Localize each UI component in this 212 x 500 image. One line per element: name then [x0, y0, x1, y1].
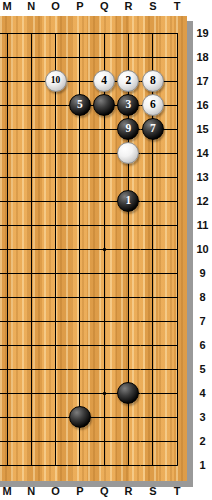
- board-intersection[interactable]: 7: [141, 117, 165, 141]
- row-label: 13: [193, 171, 212, 183]
- board-intersection[interactable]: 6: [141, 93, 165, 117]
- row-label: 19: [193, 27, 212, 39]
- star-point: [103, 248, 106, 251]
- board-intersection[interactable]: [0, 405, 19, 429]
- move-number: 1: [126, 195, 132, 207]
- stone-black: 1: [117, 190, 139, 212]
- board-intersection[interactable]: [68, 405, 92, 429]
- column-label-bottom: N: [27, 485, 35, 497]
- row-label: 17: [193, 75, 212, 87]
- board-intersection[interactable]: [68, 309, 92, 333]
- row-label: 2: [193, 435, 212, 447]
- board-intersection[interactable]: 4: [92, 69, 116, 93]
- board-intersection[interactable]: [141, 453, 165, 477]
- row-label: 3: [193, 411, 212, 423]
- board-intersection[interactable]: [43, 45, 67, 69]
- move-number: 6: [150, 99, 156, 111]
- board-intersection[interactable]: [19, 69, 43, 93]
- board-intersection[interactable]: [19, 213, 43, 237]
- board-intersection[interactable]: [116, 213, 140, 237]
- stone-white: 8: [142, 70, 164, 92]
- board-intersection[interactable]: [92, 309, 116, 333]
- stone-black: 9: [117, 118, 139, 140]
- board-intersection[interactable]: [19, 333, 43, 357]
- board-intersection[interactable]: [141, 261, 165, 285]
- board-intersection[interactable]: 2: [116, 69, 140, 93]
- board-intersection[interactable]: [92, 165, 116, 189]
- board-intersection[interactable]: [0, 45, 19, 69]
- board-intersection[interactable]: [165, 213, 187, 237]
- board-intersection[interactable]: [141, 429, 165, 453]
- column-label-bottom: Q: [100, 485, 109, 497]
- board-intersection[interactable]: [141, 165, 165, 189]
- column-label-top: O: [51, 0, 60, 12]
- row-label: 8: [193, 291, 212, 303]
- board-intersection[interactable]: [116, 285, 140, 309]
- board-intersection[interactable]: [68, 357, 92, 381]
- board-intersection[interactable]: [116, 429, 140, 453]
- board-intersection[interactable]: [116, 45, 140, 69]
- board-intersection[interactable]: [19, 165, 43, 189]
- board-intersection[interactable]: [19, 261, 43, 285]
- board-intersection[interactable]: [141, 237, 165, 261]
- board-intersection[interactable]: [68, 333, 92, 357]
- board-intersection[interactable]: [141, 213, 165, 237]
- board-intersection[interactable]: [141, 189, 165, 213]
- board-intersection[interactable]: [0, 213, 19, 237]
- row-label: 18: [193, 51, 212, 63]
- board-intersection[interactable]: [43, 93, 67, 117]
- row-label: 11: [193, 219, 212, 231]
- board-intersection[interactable]: [92, 117, 116, 141]
- board-intersection[interactable]: [116, 165, 140, 189]
- board-intersection[interactable]: [0, 21, 19, 45]
- board-intersection[interactable]: [19, 117, 43, 141]
- board-intersection[interactable]: [68, 21, 92, 45]
- row-label: 5: [193, 363, 212, 375]
- board-intersection[interactable]: [165, 93, 187, 117]
- board-intersection[interactable]: [43, 261, 67, 285]
- board-intersection[interactable]: [0, 93, 19, 117]
- board-intersection[interactable]: [165, 285, 187, 309]
- board-intersection[interactable]: 3: [116, 93, 140, 117]
- row-label: 1: [193, 459, 212, 471]
- board-intersection[interactable]: [165, 453, 187, 477]
- board-intersection[interactable]: [19, 381, 43, 405]
- column-label-top: Q: [100, 0, 109, 12]
- row-label: 9: [193, 267, 212, 279]
- board-intersection[interactable]: [43, 21, 67, 45]
- board-intersection[interactable]: 8: [141, 69, 165, 93]
- row-label: 12: [193, 195, 212, 207]
- board-intersection[interactable]: [0, 357, 19, 381]
- row-label: 7: [193, 315, 212, 327]
- column-label-top: T: [174, 0, 181, 12]
- stone-black: 3: [117, 94, 139, 116]
- column-label-top: S: [149, 0, 156, 12]
- board-intersection[interactable]: [165, 237, 187, 261]
- stone-white: 4: [93, 70, 115, 92]
- board-intersection[interactable]: 5: [68, 93, 92, 117]
- board-intersection[interactable]: [0, 69, 19, 93]
- board-intersection[interactable]: [92, 213, 116, 237]
- board-intersection[interactable]: [141, 405, 165, 429]
- board-intersection[interactable]: [43, 453, 67, 477]
- column-label-bottom: P: [76, 485, 83, 497]
- board-intersection[interactable]: [43, 405, 67, 429]
- board-intersection[interactable]: [19, 285, 43, 309]
- column-label-top: M: [2, 0, 11, 12]
- column-label-top: N: [27, 0, 35, 12]
- go-board: 10428536971: [0, 16, 187, 481]
- move-number: 4: [101, 75, 107, 87]
- board-intersection[interactable]: [43, 141, 67, 165]
- board-intersection[interactable]: [68, 453, 92, 477]
- board-intersection[interactable]: [165, 21, 187, 45]
- board-intersection[interactable]: [43, 117, 67, 141]
- board-intersection[interactable]: [0, 141, 19, 165]
- row-label: 10: [193, 243, 212, 255]
- board-intersection[interactable]: [165, 69, 187, 93]
- board-intersection[interactable]: [0, 309, 19, 333]
- board-intersection[interactable]: 9: [116, 117, 140, 141]
- board-intersection[interactable]: [0, 429, 19, 453]
- board-intersection[interactable]: [19, 21, 43, 45]
- star-point: [103, 392, 106, 395]
- board-intersection[interactable]: [0, 117, 19, 141]
- stone-white: 10: [45, 70, 67, 92]
- board-intersection[interactable]: [116, 309, 140, 333]
- stone-white: 6: [142, 94, 164, 116]
- board-intersection[interactable]: [68, 69, 92, 93]
- board-intersection[interactable]: [92, 189, 116, 213]
- column-label-bottom: O: [51, 485, 60, 497]
- board-intersection[interactable]: [116, 333, 140, 357]
- board-intersection[interactable]: [0, 261, 19, 285]
- board-intersection[interactable]: [92, 429, 116, 453]
- board-intersection[interactable]: [68, 381, 92, 405]
- move-number: 2: [126, 75, 132, 87]
- board-intersection[interactable]: [19, 45, 43, 69]
- move-number: 10: [51, 76, 61, 86]
- board-intersection[interactable]: [141, 357, 165, 381]
- board-intersection[interactable]: 10: [43, 69, 67, 93]
- row-label: 15: [193, 123, 212, 135]
- column-label-top: P: [76, 0, 83, 12]
- row-label: 4: [193, 387, 212, 399]
- board-intersection[interactable]: [165, 429, 187, 453]
- column-label-bottom: M: [2, 485, 11, 497]
- board-intersection[interactable]: [92, 21, 116, 45]
- board-intersection[interactable]: [43, 189, 67, 213]
- stone-white: [117, 142, 139, 164]
- board-intersection[interactable]: [141, 285, 165, 309]
- column-label-bottom: R: [125, 485, 133, 497]
- board-intersection[interactable]: [68, 261, 92, 285]
- go-board-diagram: MNOPQRST 10428536971 1918171615141312111…: [0, 0, 212, 500]
- board-intersection[interactable]: [68, 285, 92, 309]
- move-number: 9: [126, 123, 132, 135]
- board-intersection[interactable]: [116, 237, 140, 261]
- board-intersection[interactable]: [141, 309, 165, 333]
- board-intersection[interactable]: [141, 141, 165, 165]
- board-intersection[interactable]: [141, 381, 165, 405]
- board-intersection[interactable]: [116, 381, 140, 405]
- board-intersection[interactable]: [92, 405, 116, 429]
- board-intersection[interactable]: [43, 165, 67, 189]
- board-intersection[interactable]: [0, 453, 19, 477]
- board-intersection[interactable]: [141, 21, 165, 45]
- board-intersection[interactable]: [19, 405, 43, 429]
- board-intersection[interactable]: [165, 309, 187, 333]
- board-intersection[interactable]: [165, 357, 187, 381]
- board-intersection[interactable]: [165, 381, 187, 405]
- board-intersection[interactable]: [43, 333, 67, 357]
- board-intersection[interactable]: [43, 357, 67, 381]
- move-number: 5: [77, 99, 83, 111]
- board-intersection[interactable]: [116, 453, 140, 477]
- board-intersection[interactable]: [19, 141, 43, 165]
- stone-black: [117, 382, 139, 404]
- board-intersection[interactable]: [68, 45, 92, 69]
- board-intersection[interactable]: [165, 45, 187, 69]
- column-label-bottom: S: [149, 485, 156, 497]
- board-intersection[interactable]: [43, 381, 67, 405]
- board-intersection[interactable]: [0, 189, 19, 213]
- board-intersection[interactable]: [43, 213, 67, 237]
- board-intersection[interactable]: [92, 381, 116, 405]
- stone-black: [93, 94, 115, 116]
- board-intersection[interactable]: [68, 165, 92, 189]
- board-intersection[interactable]: [19, 309, 43, 333]
- board-intersection[interactable]: [92, 357, 116, 381]
- board-intersection[interactable]: [68, 189, 92, 213]
- board-intersection[interactable]: [43, 285, 67, 309]
- board-intersection[interactable]: [116, 21, 140, 45]
- board-intersection[interactable]: [165, 333, 187, 357]
- board-intersection[interactable]: [0, 237, 19, 261]
- board-intersection[interactable]: [116, 357, 140, 381]
- board-intersection[interactable]: [0, 285, 19, 309]
- stone-black: [69, 406, 91, 428]
- board-intersection[interactable]: [19, 357, 43, 381]
- board-intersection[interactable]: [116, 141, 140, 165]
- move-number: 8: [150, 75, 156, 87]
- board-intersection[interactable]: [92, 45, 116, 69]
- board-intersection[interactable]: 1: [116, 189, 140, 213]
- stone-white: 2: [117, 70, 139, 92]
- board-intersection[interactable]: [92, 453, 116, 477]
- board-intersection[interactable]: [19, 453, 43, 477]
- board-intersection[interactable]: [92, 285, 116, 309]
- board-intersection[interactable]: [165, 141, 187, 165]
- board-intersection[interactable]: [92, 93, 116, 117]
- board-intersection[interactable]: [68, 429, 92, 453]
- board-intersection[interactable]: [116, 405, 140, 429]
- board-intersection[interactable]: [68, 117, 92, 141]
- board-intersection[interactable]: [165, 261, 187, 285]
- column-label-bottom: T: [174, 485, 181, 497]
- board-intersection[interactable]: [19, 429, 43, 453]
- board-intersection[interactable]: [43, 429, 67, 453]
- board-intersection[interactable]: [19, 189, 43, 213]
- stone-black: 7: [142, 118, 164, 140]
- board-intersection[interactable]: [43, 237, 67, 261]
- board-intersection[interactable]: [116, 261, 140, 285]
- board-intersection[interactable]: [165, 405, 187, 429]
- board-intersection[interactable]: [0, 333, 19, 357]
- board-intersection[interactable]: [165, 165, 187, 189]
- board-intersection[interactable]: [92, 261, 116, 285]
- board-intersection[interactable]: [0, 165, 19, 189]
- board-intersection[interactable]: [19, 93, 43, 117]
- board-intersection[interactable]: [19, 237, 43, 261]
- row-label: 16: [193, 99, 212, 111]
- board-intersection[interactable]: [92, 141, 116, 165]
- board-intersection[interactable]: [68, 141, 92, 165]
- move-number: 3: [126, 99, 132, 111]
- row-label: 6: [193, 339, 212, 351]
- board-intersection[interactable]: [92, 333, 116, 357]
- board-grid: 10428536971: [0, 21, 187, 477]
- move-number: 7: [150, 123, 156, 135]
- board-intersection[interactable]: [68, 213, 92, 237]
- board-intersection[interactable]: [165, 189, 187, 213]
- column-label-top: R: [125, 0, 133, 12]
- board-intersection[interactable]: [92, 237, 116, 261]
- stone-black: 5: [69, 94, 91, 116]
- board-intersection[interactable]: [43, 309, 67, 333]
- board-intersection[interactable]: [0, 381, 19, 405]
- row-label: 14: [193, 147, 212, 159]
- board-intersection[interactable]: [165, 117, 187, 141]
- board-intersection[interactable]: [141, 45, 165, 69]
- board-intersection[interactable]: [68, 237, 92, 261]
- board-intersection[interactable]: [141, 333, 165, 357]
